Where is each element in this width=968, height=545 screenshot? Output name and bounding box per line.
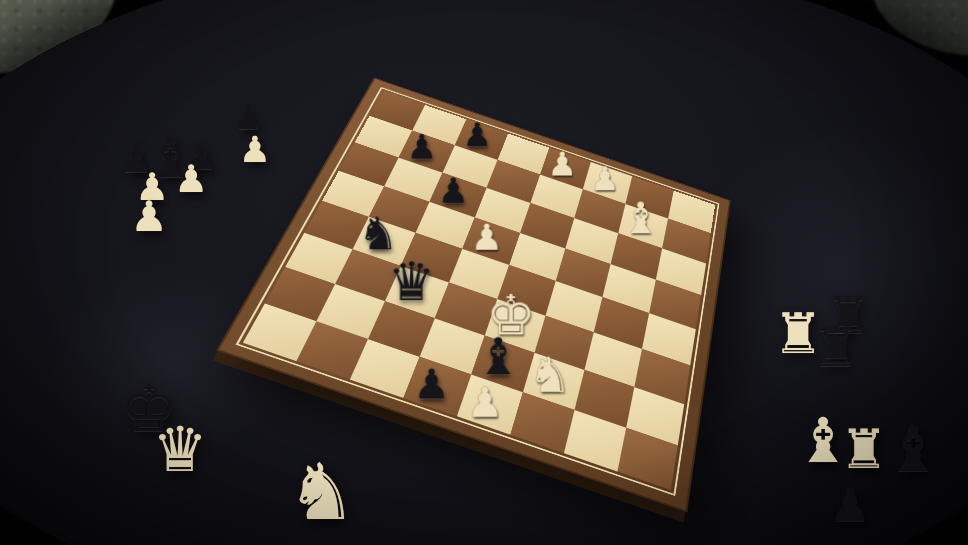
offboard-white-pawn: ♟	[174, 160, 208, 198]
offboard-black-rook: ♜	[812, 321, 860, 375]
offboard-black-pawn: ♟	[829, 482, 870, 528]
offboard-white-pawn: ♟	[239, 132, 271, 168]
offboard-white-pawn: ♟	[130, 196, 168, 238]
white-pawn-f1: ♟	[590, 163, 619, 196]
square-g5	[594, 297, 649, 349]
square-h6	[634, 349, 690, 404]
offboard-black-bishop: ♝	[884, 417, 941, 481]
offboard-white-queen: ♛	[152, 419, 208, 481]
offboard-white-knight: ♞	[287, 453, 357, 531]
black-bishop-e7: ♝	[476, 331, 521, 382]
black-pawn-d8: ♟	[413, 364, 450, 405]
square-g8	[564, 410, 626, 472]
white-pawn-e1: ♟	[548, 148, 577, 181]
black-pawn-c1: ♟	[463, 119, 492, 152]
white-pawn-d4: ♟	[471, 220, 503, 256]
white-pawn-e8: ♟	[467, 383, 504, 424]
photo-scene: ♟♟♟♟♝♟♟♞♛♚♝♞♟♟ ♝♟♟♟♟♟♟♟♚♛♞♜♜♜♝♜♝♟	[0, 0, 968, 545]
offboard-white-rook: ♜	[840, 423, 888, 477]
